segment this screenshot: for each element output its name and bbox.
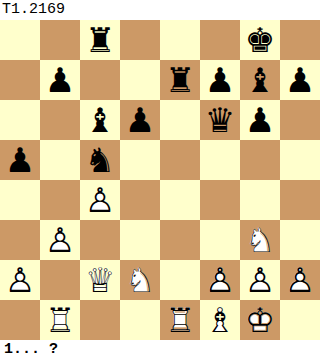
square-f6[interactable]: ♛: [200, 100, 240, 140]
square-e6[interactable]: [160, 100, 200, 140]
square-a6[interactable]: [0, 100, 40, 140]
piece-white-rook[interactable]: ♜♖: [40, 300, 80, 340]
piece-black-king[interactable]: ♚: [240, 20, 280, 60]
piece-black-pawn[interactable]: ♟: [120, 100, 160, 140]
square-h5[interactable]: [280, 140, 320, 180]
piece-white-queen[interactable]: ♛♕: [80, 260, 120, 300]
piece-black-knight[interactable]: ♞: [80, 140, 120, 180]
square-h2[interactable]: ♟♙: [280, 260, 320, 300]
piece-white-knight[interactable]: ♞♘: [120, 260, 160, 300]
piece-black-bishop[interactable]: ♝: [240, 60, 280, 100]
piece-black-rook[interactable]: ♜: [80, 20, 120, 60]
square-b6[interactable]: [40, 100, 80, 140]
square-d3[interactable]: [120, 220, 160, 260]
square-e3[interactable]: [160, 220, 200, 260]
piece-white-pawn[interactable]: ♟♙: [40, 220, 80, 260]
square-g7[interactable]: ♝: [240, 60, 280, 100]
square-a7[interactable]: [0, 60, 40, 100]
square-a1[interactable]: [0, 300, 40, 340]
square-e7[interactable]: ♜: [160, 60, 200, 100]
square-b1[interactable]: ♜♖: [40, 300, 80, 340]
square-h3[interactable]: [280, 220, 320, 260]
square-d8[interactable]: [120, 20, 160, 60]
square-g4[interactable]: [240, 180, 280, 220]
piece-white-pawn[interactable]: ♟♙: [240, 260, 280, 300]
square-b8[interactable]: [40, 20, 80, 60]
chess-board: ♜♚♟♜♟♝♟♝♟♛♟♟♞♟♙♟♙♞♘♟♙♛♕♞♘♟♙♟♙♟♙♜♖♜♖♝♗♚♔: [0, 20, 320, 340]
square-e2[interactable]: [160, 260, 200, 300]
square-c2[interactable]: ♛♕: [80, 260, 120, 300]
square-g2[interactable]: ♟♙: [240, 260, 280, 300]
piece-white-rook[interactable]: ♜♖: [160, 300, 200, 340]
piece-black-bishop[interactable]: ♝: [80, 100, 120, 140]
square-f5[interactable]: [200, 140, 240, 180]
puzzle-id: T1.2169: [0, 0, 320, 20]
piece-black-pawn[interactable]: ♟: [200, 60, 240, 100]
square-h4[interactable]: [280, 180, 320, 220]
square-h7[interactable]: ♟: [280, 60, 320, 100]
piece-white-pawn[interactable]: ♟♙: [200, 260, 240, 300]
square-b3[interactable]: ♟♙: [40, 220, 80, 260]
square-c1[interactable]: [80, 300, 120, 340]
square-c4[interactable]: ♟♙: [80, 180, 120, 220]
square-c3[interactable]: [80, 220, 120, 260]
square-f2[interactable]: ♟♙: [200, 260, 240, 300]
square-f3[interactable]: [200, 220, 240, 260]
piece-black-rook[interactable]: ♜: [160, 60, 200, 100]
square-e8[interactable]: [160, 20, 200, 60]
square-f8[interactable]: [200, 20, 240, 60]
square-d5[interactable]: [120, 140, 160, 180]
square-c5[interactable]: ♞: [80, 140, 120, 180]
square-f1[interactable]: ♝♗: [200, 300, 240, 340]
piece-white-knight[interactable]: ♞♘: [240, 220, 280, 260]
square-h8[interactable]: [280, 20, 320, 60]
square-g3[interactable]: ♞♘: [240, 220, 280, 260]
square-a2[interactable]: ♟♙: [0, 260, 40, 300]
piece-black-pawn[interactable]: ♟: [0, 140, 40, 180]
piece-white-pawn[interactable]: ♟♙: [80, 180, 120, 220]
square-a3[interactable]: [0, 220, 40, 260]
square-d7[interactable]: [120, 60, 160, 100]
square-h6[interactable]: [280, 100, 320, 140]
move-prompt: 1... ?: [0, 340, 320, 360]
square-b7[interactable]: ♟: [40, 60, 80, 100]
square-g1[interactable]: ♚♔: [240, 300, 280, 340]
square-e5[interactable]: [160, 140, 200, 180]
square-h1[interactable]: [280, 300, 320, 340]
square-d6[interactable]: ♟: [120, 100, 160, 140]
square-g6[interactable]: ♟: [240, 100, 280, 140]
square-b4[interactable]: [40, 180, 80, 220]
square-b2[interactable]: [40, 260, 80, 300]
piece-black-pawn[interactable]: ♟: [240, 100, 280, 140]
square-g8[interactable]: ♚: [240, 20, 280, 60]
square-f4[interactable]: [200, 180, 240, 220]
square-c8[interactable]: ♜: [80, 20, 120, 60]
square-d4[interactable]: [120, 180, 160, 220]
piece-black-pawn[interactable]: ♟: [40, 60, 80, 100]
piece-black-pawn[interactable]: ♟: [280, 60, 320, 100]
square-a5[interactable]: ♟: [0, 140, 40, 180]
square-d2[interactable]: ♞♘: [120, 260, 160, 300]
piece-black-queen[interactable]: ♛: [200, 100, 240, 140]
square-c7[interactable]: [80, 60, 120, 100]
square-e4[interactable]: [160, 180, 200, 220]
square-b5[interactable]: [40, 140, 80, 180]
square-a8[interactable]: [0, 20, 40, 60]
square-a4[interactable]: [0, 180, 40, 220]
square-c6[interactable]: ♝: [80, 100, 120, 140]
square-e1[interactable]: ♜♖: [160, 300, 200, 340]
piece-white-bishop[interactable]: ♝♗: [200, 300, 240, 340]
piece-white-pawn[interactable]: ♟♙: [0, 260, 40, 300]
square-g5[interactable]: [240, 140, 280, 180]
piece-white-pawn[interactable]: ♟♙: [280, 260, 320, 300]
piece-white-king[interactable]: ♚♔: [240, 300, 280, 340]
square-f7[interactable]: ♟: [200, 60, 240, 100]
square-d1[interactable]: [120, 300, 160, 340]
